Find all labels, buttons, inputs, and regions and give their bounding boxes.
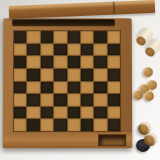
square-r5c7[interactable] — [108, 94, 120, 106]
light-checker-piece[interactable] — [133, 90, 143, 100]
square-r3c0[interactable] — [14, 69, 26, 81]
square-r2c5[interactable] — [81, 56, 93, 68]
square-r1c1[interactable] — [27, 44, 39, 56]
checkerboard-grid — [13, 30, 121, 132]
bottom-rail — [3, 132, 133, 148]
square-r5c4[interactable] — [68, 94, 80, 106]
square-r2c6[interactable] — [94, 56, 106, 68]
square-r1c3[interactable] — [54, 44, 66, 56]
square-r4c1[interactable] — [27, 82, 39, 94]
square-r6c1[interactable] — [27, 107, 39, 119]
square-r5c2[interactable] — [41, 94, 53, 106]
square-r7c0[interactable] — [14, 119, 26, 131]
square-r1c4[interactable] — [68, 44, 80, 56]
scene-background — [0, 0, 160, 160]
square-r5c3[interactable] — [54, 94, 66, 106]
square-r0c6[interactable] — [94, 31, 106, 43]
square-r3c5[interactable] — [81, 69, 93, 81]
board-frame — [3, 18, 133, 148]
square-r4c6[interactable] — [94, 82, 106, 94]
storage-slot — [12, 19, 115, 26]
square-r0c2[interactable] — [41, 31, 53, 43]
square-r6c3[interactable] — [54, 107, 66, 119]
square-r4c5[interactable] — [81, 82, 93, 94]
square-r4c2[interactable] — [41, 82, 53, 94]
square-r2c7[interactable] — [108, 56, 120, 68]
square-r2c1[interactable] — [27, 56, 39, 68]
lid-seam — [113, 2, 116, 15]
square-r0c5[interactable] — [81, 31, 93, 43]
light-checker-piece[interactable] — [144, 91, 154, 101]
storage-tray — [98, 134, 126, 146]
square-r1c5[interactable] — [81, 44, 93, 56]
square-r4c4[interactable] — [68, 82, 80, 94]
square-r7c1[interactable] — [27, 119, 39, 131]
square-r7c2[interactable] — [41, 119, 53, 131]
square-r0c4[interactable] — [68, 31, 80, 43]
square-r4c7[interactable] — [108, 82, 120, 94]
square-r7c4[interactable] — [68, 119, 80, 131]
square-r2c4[interactable] — [68, 56, 80, 68]
square-r6c7[interactable] — [108, 107, 120, 119]
square-r3c2[interactable] — [41, 69, 53, 81]
square-r6c0[interactable] — [14, 107, 26, 119]
square-r7c3[interactable] — [54, 119, 66, 131]
light-checker-piece[interactable] — [143, 67, 153, 77]
square-r6c6[interactable] — [94, 107, 106, 119]
square-r2c3[interactable] — [54, 56, 66, 68]
square-r3c1[interactable] — [27, 69, 39, 81]
square-r5c6[interactable] — [94, 94, 106, 106]
square-r0c7[interactable] — [107, 31, 119, 43]
square-r4c3[interactable] — [54, 82, 66, 94]
square-r5c1[interactable] — [27, 94, 39, 106]
square-r0c1[interactable] — [27, 31, 39, 43]
square-r3c7[interactable] — [108, 69, 120, 81]
square-r7c7[interactable] — [108, 119, 120, 131]
square-r1c0[interactable] — [14, 44, 26, 56]
square-r5c5[interactable] — [81, 94, 93, 106]
square-r3c4[interactable] — [68, 69, 80, 81]
square-r5c0[interactable] — [14, 94, 26, 106]
square-r6c2[interactable] — [41, 107, 53, 119]
square-r6c4[interactable] — [68, 107, 80, 119]
square-r3c3[interactable] — [54, 69, 66, 81]
square-r1c6[interactable] — [94, 44, 106, 56]
sliding-lid[interactable] — [9, 0, 155, 19]
square-r3c6[interactable] — [94, 69, 106, 81]
square-r6c5[interactable] — [81, 107, 93, 119]
square-r2c2[interactable] — [41, 56, 53, 68]
square-r1c2[interactable] — [41, 44, 53, 56]
light-checker-piece-thick[interactable] — [144, 133, 157, 146]
square-r0c3[interactable] — [54, 31, 66, 43]
square-r7c6[interactable] — [94, 119, 106, 131]
square-r2c0[interactable] — [14, 56, 26, 68]
square-r7c5[interactable] — [81, 119, 93, 131]
square-r4c0[interactable] — [14, 82, 26, 94]
square-r0c0[interactable] — [14, 31, 26, 43]
square-r1c7[interactable] — [108, 44, 120, 56]
